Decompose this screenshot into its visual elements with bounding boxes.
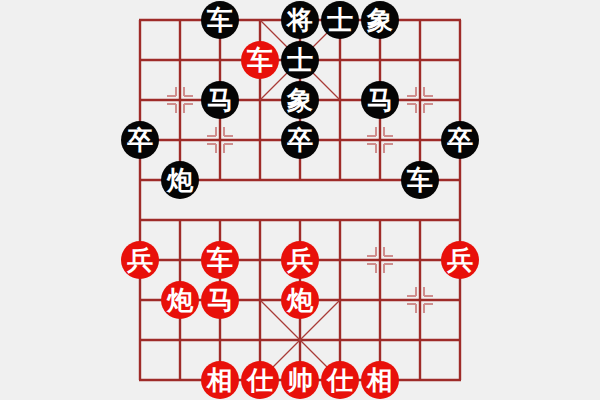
- piece-red-soldier[interactable]: 兵: [441, 241, 479, 279]
- piece-black-rook[interactable]: 车: [201, 1, 239, 39]
- piece-black-soldier[interactable]: 卒: [441, 121, 479, 159]
- piece-red-elephant[interactable]: 相: [201, 361, 239, 399]
- piece-black-horse[interactable]: 马: [361, 81, 399, 119]
- piece-black-advisor[interactable]: 士: [281, 41, 319, 79]
- piece-red-general[interactable]: 帅: [281, 361, 319, 399]
- piece-black-soldier[interactable]: 卒: [121, 121, 159, 159]
- piece-black-elephant[interactable]: 象: [361, 1, 399, 39]
- piece-red-elephant[interactable]: 相: [361, 361, 399, 399]
- xiangqi-board: 车将士象车士马象马卒卒卒炮车兵车兵兵炮马炮相仕帅仕相: [0, 0, 600, 400]
- piece-red-cannon[interactable]: 炮: [281, 281, 319, 319]
- piece-black-horse[interactable]: 马: [201, 81, 239, 119]
- piece-red-advisor[interactable]: 仕: [241, 361, 279, 399]
- piece-red-rook[interactable]: 车: [201, 241, 239, 279]
- piece-black-advisor[interactable]: 士: [321, 1, 359, 39]
- piece-red-cannon[interactable]: 炮: [161, 281, 199, 319]
- piece-red-horse[interactable]: 马: [201, 281, 239, 319]
- piece-red-soldier[interactable]: 兵: [281, 241, 319, 279]
- piece-red-soldier[interactable]: 兵: [121, 241, 159, 279]
- piece-black-cannon[interactable]: 炮: [161, 161, 199, 199]
- piece-red-advisor[interactable]: 仕: [321, 361, 359, 399]
- piece-black-general[interactable]: 将: [281, 1, 319, 39]
- piece-red-rook[interactable]: 车: [241, 41, 279, 79]
- piece-black-rook[interactable]: 车: [401, 161, 439, 199]
- piece-black-soldier[interactable]: 卒: [281, 121, 319, 159]
- piece-black-elephant[interactable]: 象: [281, 81, 319, 119]
